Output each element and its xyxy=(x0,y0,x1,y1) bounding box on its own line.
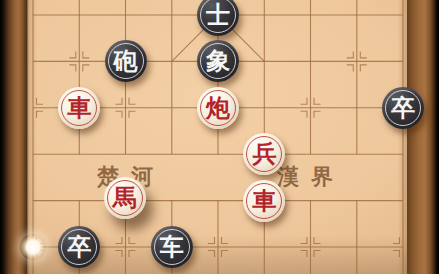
piece-glyph: 炮 xyxy=(197,87,239,129)
piece-red-cannon[interactable]: 炮 xyxy=(197,87,239,129)
piece-red-chariot[interactable]: 車 xyxy=(243,180,285,222)
piece-black-elephant[interactable]: 象 xyxy=(197,40,239,82)
board-frame-left xyxy=(0,0,27,274)
piece-glyph: 砲 xyxy=(105,40,147,82)
xiangqi-game-screen: 楚河 漢界 士砲象車炮卒兵馬車卒车 xyxy=(0,0,439,274)
board-frame-right xyxy=(407,0,439,274)
piece-red-chariot[interactable]: 車 xyxy=(58,87,100,129)
piece-glyph: 車 xyxy=(243,180,285,222)
move-origin-glow-dot xyxy=(20,234,46,260)
piece-glyph: 象 xyxy=(197,40,239,82)
piece-black-advisor[interactable]: 士 xyxy=(197,0,239,36)
piece-black-soldier[interactable]: 卒 xyxy=(382,87,424,129)
piece-glyph: 馬 xyxy=(104,177,146,219)
piece-red-horse[interactable]: 馬 xyxy=(104,177,146,219)
piece-black-soldier[interactable]: 卒 xyxy=(58,226,100,268)
piece-black-chariot[interactable]: 车 xyxy=(151,226,193,268)
piece-black-cannon[interactable]: 砲 xyxy=(105,40,147,82)
piece-glyph: 卒 xyxy=(382,87,424,129)
river-label-han-jie: 漢界 xyxy=(277,162,345,192)
piece-glyph: 士 xyxy=(197,0,239,36)
piece-glyph: 兵 xyxy=(243,133,285,175)
piece-red-soldier[interactable]: 兵 xyxy=(243,133,285,175)
piece-glyph: 卒 xyxy=(58,226,100,268)
piece-glyph: 车 xyxy=(151,226,193,268)
piece-glyph: 車 xyxy=(58,87,100,129)
